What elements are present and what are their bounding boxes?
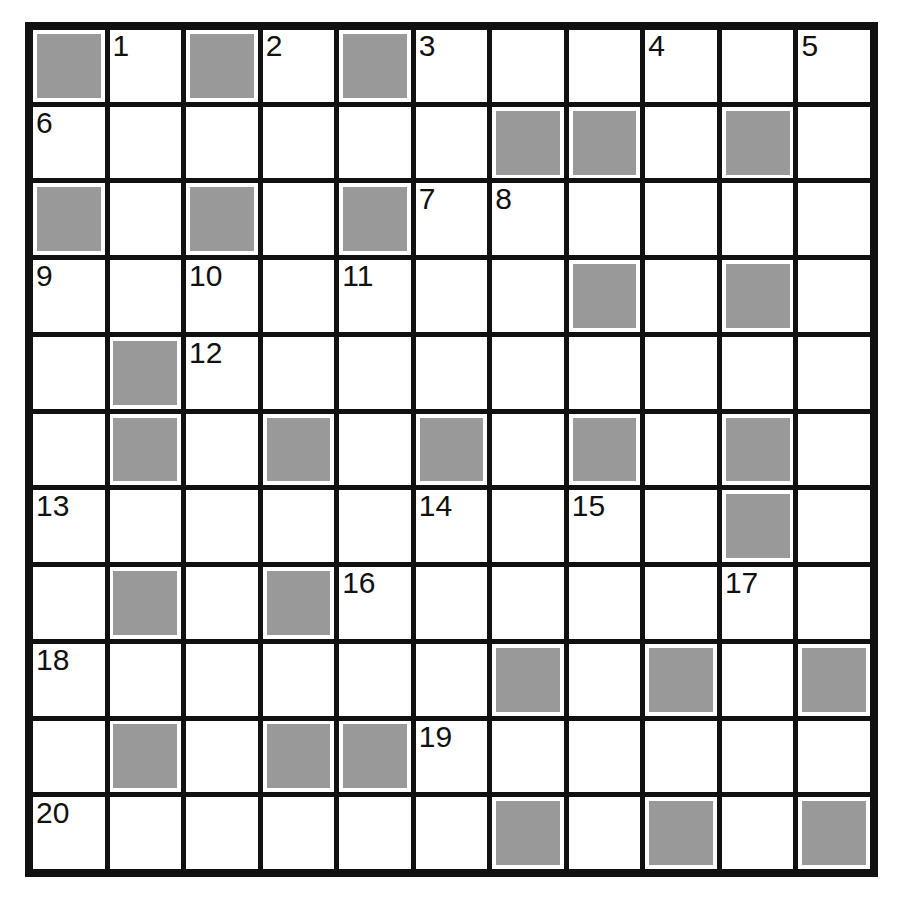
cell-r3c4[interactable] xyxy=(263,183,335,255)
cell-r2c3[interactable] xyxy=(186,107,258,179)
cell-r7c3[interactable] xyxy=(186,490,258,562)
clue-number-19: 19 xyxy=(419,721,452,753)
blocked-cell-r9c7 xyxy=(492,644,564,716)
blocked-cell-r10c2 xyxy=(110,721,182,793)
blocked-cell-r1c3 xyxy=(186,30,258,102)
clue-number-20: 20 xyxy=(36,797,69,829)
block-square xyxy=(726,494,790,558)
cell-r5c7[interactable] xyxy=(492,337,564,409)
cell-r9c6[interactable] xyxy=(416,644,488,716)
cell-r11c1[interactable]: 20 xyxy=(33,797,105,869)
blocked-cell-r8c2 xyxy=(110,567,182,639)
blocked-cell-r4c8 xyxy=(569,260,641,332)
block-square xyxy=(113,571,177,635)
cell-r11c6[interactable] xyxy=(416,797,488,869)
clue-number-10: 10 xyxy=(189,260,222,292)
cell-r10c10[interactable] xyxy=(722,721,794,793)
cell-r2c11[interactable] xyxy=(798,107,870,179)
cell-r8c5[interactable]: 16 xyxy=(339,567,411,639)
block-square xyxy=(190,187,254,251)
cell-r7c6[interactable]: 14 xyxy=(416,490,488,562)
cell-r2c9[interactable] xyxy=(645,107,717,179)
cell-r3c11[interactable] xyxy=(798,183,870,255)
cell-r4c11[interactable] xyxy=(798,260,870,332)
cell-r10c3[interactable] xyxy=(186,721,258,793)
cell-r3c8[interactable] xyxy=(569,183,641,255)
cell-r8c8[interactable] xyxy=(569,567,641,639)
crossword-board: 1234567891011121314151617181920 xyxy=(25,22,878,877)
block-square xyxy=(420,418,484,482)
cell-r9c8[interactable] xyxy=(569,644,641,716)
clue-number-9: 9 xyxy=(36,260,53,292)
cell-r7c8[interactable]: 15 xyxy=(569,490,641,562)
blocked-cell-r11c11 xyxy=(798,797,870,869)
clue-number-14: 14 xyxy=(419,490,452,522)
block-square xyxy=(113,341,177,405)
cell-r6c5[interactable] xyxy=(339,414,411,486)
clue-number-13: 13 xyxy=(36,490,69,522)
clue-number-5: 5 xyxy=(801,30,818,62)
cell-r10c11[interactable] xyxy=(798,721,870,793)
cell-r10c9[interactable] xyxy=(645,721,717,793)
blocked-cell-r1c1 xyxy=(33,30,105,102)
cell-r7c11[interactable] xyxy=(798,490,870,562)
blocked-cell-r6c8 xyxy=(569,414,641,486)
cell-r11c4[interactable] xyxy=(263,797,335,869)
cell-r10c6[interactable]: 19 xyxy=(416,721,488,793)
cell-r9c4[interactable] xyxy=(263,644,335,716)
block-square xyxy=(267,724,331,788)
cell-r3c10[interactable] xyxy=(722,183,794,255)
cell-r1c7[interactable] xyxy=(492,30,564,102)
cell-r4c7[interactable] xyxy=(492,260,564,332)
cell-r6c11[interactable] xyxy=(798,414,870,486)
cell-r5c9[interactable] xyxy=(645,337,717,409)
cell-r5c8[interactable] xyxy=(569,337,641,409)
blocked-cell-r4c10 xyxy=(722,260,794,332)
block-square xyxy=(113,724,177,788)
clue-number-8: 8 xyxy=(495,183,512,215)
blocked-cell-r3c3 xyxy=(186,183,258,255)
cell-r8c3[interactable] xyxy=(186,567,258,639)
cell-r5c3[interactable]: 12 xyxy=(186,337,258,409)
block-square xyxy=(37,187,101,251)
cell-r6c3[interactable] xyxy=(186,414,258,486)
clue-number-2: 2 xyxy=(266,30,283,62)
block-square xyxy=(802,801,866,865)
cell-r11c8[interactable] xyxy=(569,797,641,869)
cell-r7c5[interactable] xyxy=(339,490,411,562)
cell-r10c7[interactable] xyxy=(492,721,564,793)
cell-r4c6[interactable] xyxy=(416,260,488,332)
block-square xyxy=(726,264,790,328)
cell-r3c2[interactable] xyxy=(110,183,182,255)
cell-r7c7[interactable] xyxy=(492,490,564,562)
cell-r5c6[interactable] xyxy=(416,337,488,409)
block-square xyxy=(649,801,713,865)
cell-r7c2[interactable] xyxy=(110,490,182,562)
blocked-cell-r6c4 xyxy=(263,414,335,486)
cell-r9c5[interactable] xyxy=(339,644,411,716)
cell-r1c4[interactable]: 2 xyxy=(263,30,335,102)
cell-r11c10[interactable] xyxy=(722,797,794,869)
cell-r4c1[interactable]: 9 xyxy=(33,260,105,332)
cell-r1c11[interactable]: 5 xyxy=(798,30,870,102)
blocked-cell-r3c1 xyxy=(33,183,105,255)
block-square xyxy=(37,34,101,98)
cell-r5c5[interactable] xyxy=(339,337,411,409)
cell-r7c1[interactable]: 13 xyxy=(33,490,105,562)
block-square xyxy=(573,264,637,328)
cell-r8c7[interactable] xyxy=(492,567,564,639)
blocked-cell-r11c7 xyxy=(492,797,564,869)
block-square xyxy=(190,34,254,98)
cell-r8c10[interactable]: 17 xyxy=(722,567,794,639)
cell-r1c6[interactable]: 3 xyxy=(416,30,488,102)
blocked-cell-r10c4 xyxy=(263,721,335,793)
cell-r5c4[interactable] xyxy=(263,337,335,409)
cell-r2c4[interactable] xyxy=(263,107,335,179)
cell-r9c1[interactable]: 18 xyxy=(33,644,105,716)
cell-r4c2[interactable] xyxy=(110,260,182,332)
block-square xyxy=(343,724,407,788)
blocked-cell-r2c7 xyxy=(492,107,564,179)
clue-number-3: 3 xyxy=(419,30,436,62)
block-square xyxy=(343,187,407,251)
blocked-cell-r3c5 xyxy=(339,183,411,255)
block-square xyxy=(267,571,331,635)
cell-r4c5[interactable]: 11 xyxy=(339,260,411,332)
cell-r2c2[interactable] xyxy=(110,107,182,179)
blocked-cell-r7c10 xyxy=(722,490,794,562)
blocked-cell-r6c6 xyxy=(416,414,488,486)
clue-number-11: 11 xyxy=(342,260,373,292)
cell-r6c7[interactable] xyxy=(492,414,564,486)
block-square xyxy=(802,648,866,712)
clue-number-17: 17 xyxy=(725,567,758,599)
blocked-cell-r9c11 xyxy=(798,644,870,716)
cell-r1c2[interactable]: 1 xyxy=(110,30,182,102)
cell-r5c11[interactable] xyxy=(798,337,870,409)
cell-r9c10[interactable] xyxy=(722,644,794,716)
cell-r6c9[interactable] xyxy=(645,414,717,486)
block-square xyxy=(343,34,407,98)
cell-r9c3[interactable] xyxy=(186,644,258,716)
cell-r8c6[interactable] xyxy=(416,567,488,639)
cell-r1c9[interactable]: 4 xyxy=(645,30,717,102)
block-square xyxy=(496,111,560,175)
cell-r11c3[interactable] xyxy=(186,797,258,869)
cell-r1c10[interactable] xyxy=(722,30,794,102)
cell-r11c2[interactable] xyxy=(110,797,182,869)
block-square xyxy=(649,648,713,712)
clue-number-6: 6 xyxy=(36,107,53,139)
block-square xyxy=(267,418,331,482)
cell-r3c9[interactable] xyxy=(645,183,717,255)
blocked-cell-r2c8 xyxy=(569,107,641,179)
cell-r5c10[interactable] xyxy=(722,337,794,409)
block-square xyxy=(113,418,177,482)
cell-r9c2[interactable] xyxy=(110,644,182,716)
cell-r2c6[interactable] xyxy=(416,107,488,179)
block-square xyxy=(496,801,560,865)
blocked-cell-r1c5 xyxy=(339,30,411,102)
clue-number-18: 18 xyxy=(36,644,69,676)
blocked-cell-r6c2 xyxy=(110,414,182,486)
cell-r3c6[interactable]: 7 xyxy=(416,183,488,255)
cell-r4c3[interactable]: 10 xyxy=(186,260,258,332)
block-square xyxy=(496,648,560,712)
cell-r6c1[interactable] xyxy=(33,414,105,486)
clue-number-16: 16 xyxy=(342,567,375,599)
cell-r7c9[interactable] xyxy=(645,490,717,562)
cell-r8c11[interactable] xyxy=(798,567,870,639)
blocked-cell-r10c5 xyxy=(339,721,411,793)
blocked-cell-r6c10 xyxy=(722,414,794,486)
cell-r4c9[interactable] xyxy=(645,260,717,332)
blocked-cell-r5c2 xyxy=(110,337,182,409)
cell-r2c1[interactable]: 6 xyxy=(33,107,105,179)
block-square xyxy=(726,111,790,175)
cell-r4c4[interactable] xyxy=(263,260,335,332)
cell-r2c5[interactable] xyxy=(339,107,411,179)
clue-number-1: 1 xyxy=(113,30,130,62)
block-square xyxy=(573,418,637,482)
cell-r10c1[interactable] xyxy=(33,721,105,793)
blocked-cell-r2c10 xyxy=(722,107,794,179)
clue-number-12: 12 xyxy=(189,337,222,369)
cell-r1c8[interactable] xyxy=(569,30,641,102)
block-square xyxy=(726,418,790,482)
cell-r8c1[interactable] xyxy=(33,567,105,639)
blocked-cell-r9c9 xyxy=(645,644,717,716)
cell-r10c8[interactable] xyxy=(569,721,641,793)
cell-r7c4[interactable] xyxy=(263,490,335,562)
blocked-cell-r11c9 xyxy=(645,797,717,869)
cell-r8c9[interactable] xyxy=(645,567,717,639)
cell-r5c1[interactable] xyxy=(33,337,105,409)
blocked-cell-r8c4 xyxy=(263,567,335,639)
cell-r3c7[interactable]: 8 xyxy=(492,183,564,255)
clue-number-4: 4 xyxy=(648,30,665,62)
clue-number-15: 15 xyxy=(572,490,605,522)
block-square xyxy=(573,111,637,175)
cell-r11c5[interactable] xyxy=(339,797,411,869)
clue-number-7: 7 xyxy=(419,183,436,215)
